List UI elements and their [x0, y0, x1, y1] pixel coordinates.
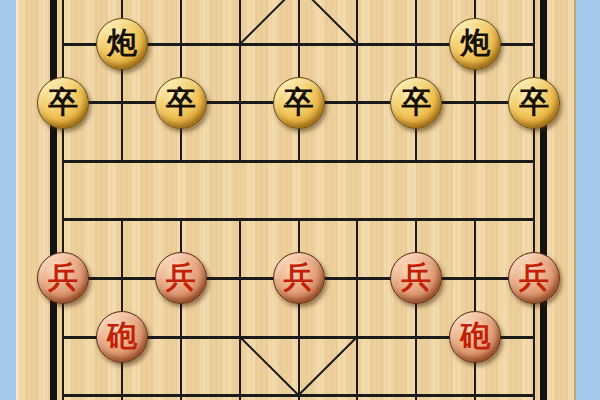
- xiangqi-board[interactable]: 炮炮卒卒卒卒卒兵兵兵兵兵砲砲: [0, 0, 600, 400]
- piece-glyph: 卒: [519, 87, 549, 117]
- piece-glyph: 兵: [48, 262, 78, 292]
- piece-red-cannon[interactable]: 砲: [449, 311, 501, 363]
- piece-glyph: 砲: [460, 321, 490, 351]
- piece-red-cannon[interactable]: 砲: [96, 311, 148, 363]
- piece-red-soldier[interactable]: 兵: [390, 252, 442, 304]
- piece-black-soldier[interactable]: 卒: [155, 77, 207, 129]
- piece-black-soldier[interactable]: 卒: [273, 77, 325, 129]
- piece-black-cannon[interactable]: 炮: [96, 18, 148, 70]
- xiangqi-game-screen: 炮炮卒卒卒卒卒兵兵兵兵兵砲砲: [0, 0, 600, 400]
- piece-glyph: 卒: [284, 87, 314, 117]
- piece-glyph: 炮: [107, 28, 137, 58]
- piece-glyph: 卒: [48, 87, 78, 117]
- piece-black-soldier[interactable]: 卒: [390, 77, 442, 129]
- piece-black-soldier[interactable]: 卒: [508, 77, 560, 129]
- piece-red-soldier[interactable]: 兵: [37, 252, 89, 304]
- piece-glyph: 卒: [401, 87, 431, 117]
- piece-glyph: 兵: [284, 262, 314, 292]
- piece-glyph: 炮: [460, 28, 490, 58]
- piece-black-cannon[interactable]: 炮: [449, 18, 501, 70]
- piece-red-soldier[interactable]: 兵: [273, 252, 325, 304]
- piece-glyph: 卒: [166, 87, 196, 117]
- piece-glyph: 砲: [107, 321, 137, 351]
- piece-black-soldier[interactable]: 卒: [37, 77, 89, 129]
- piece-red-soldier[interactable]: 兵: [155, 252, 207, 304]
- piece-glyph: 兵: [519, 262, 549, 292]
- piece-red-soldier[interactable]: 兵: [508, 252, 560, 304]
- piece-glyph: 兵: [166, 262, 196, 292]
- piece-glyph: 兵: [401, 262, 431, 292]
